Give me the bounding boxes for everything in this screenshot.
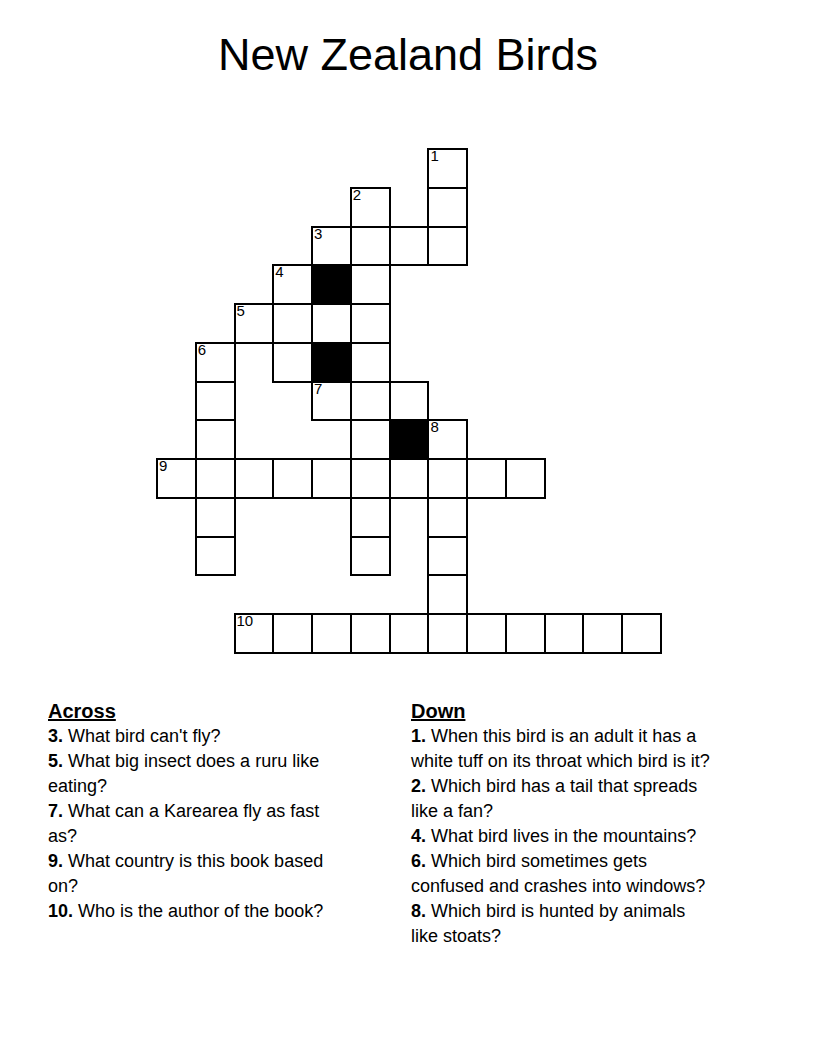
grid-cell[interactable]: 3 bbox=[311, 226, 352, 267]
clue-item: 7. What can a Karearea fly as fast as? bbox=[48, 799, 404, 849]
black-cell bbox=[311, 342, 352, 383]
cell-number: 8 bbox=[430, 420, 438, 434]
grid-cell[interactable] bbox=[350, 264, 391, 305]
grid-cell[interactable] bbox=[466, 458, 507, 499]
grid-cell[interactable] bbox=[195, 536, 236, 577]
grid-cell[interactable]: 10 bbox=[234, 613, 275, 654]
clue-text: Which bird sometimes gets confused and c… bbox=[411, 851, 705, 896]
clue-item: 9. What country is this book based on? bbox=[48, 849, 404, 899]
grid-cell[interactable] bbox=[389, 458, 430, 499]
clue-text: Which bird is hunted by animals like sto… bbox=[411, 901, 685, 946]
page-title: New Zealand Birds bbox=[0, 29, 816, 81]
clue-number: 3. bbox=[48, 726, 63, 746]
across-header: Across bbox=[48, 700, 404, 723]
clue-text: What can a Karearea fly as fast as? bbox=[48, 801, 319, 846]
grid-cell[interactable] bbox=[350, 419, 391, 460]
clue-item: 4. What bird lives in the mountains? bbox=[411, 824, 767, 849]
grid-cell[interactable]: 5 bbox=[234, 303, 275, 344]
grid-cell[interactable] bbox=[311, 458, 352, 499]
grid-cell[interactable] bbox=[350, 342, 391, 383]
clue-text: What bird can't fly? bbox=[68, 726, 221, 746]
grid-cell[interactable] bbox=[195, 458, 236, 499]
grid-cell[interactable] bbox=[389, 381, 430, 422]
grid-cell[interactable] bbox=[427, 536, 468, 577]
clue-item: 10. Who is the author of the book? bbox=[48, 899, 404, 924]
clue-number: 10. bbox=[48, 901, 73, 921]
crossword-page: New Zealand Birds 12345678910 Across 3. … bbox=[0, 0, 816, 1056]
cell-number: 3 bbox=[314, 227, 322, 241]
clue-text: Which bird has a tail that spreads like … bbox=[411, 776, 697, 821]
grid-cell[interactable]: 2 bbox=[350, 187, 391, 228]
grid-cell[interactable] bbox=[427, 187, 468, 228]
clue-text: When this bird is an adult it has a whit… bbox=[411, 726, 710, 771]
grid-cell[interactable]: 8 bbox=[427, 419, 468, 460]
clue-text: What bird lives in the mountains? bbox=[431, 826, 696, 846]
grid-cell[interactable] bbox=[272, 342, 313, 383]
cell-number: 7 bbox=[314, 382, 322, 396]
clue-item: 5. What big insect does a ruru like eati… bbox=[48, 749, 404, 799]
grid-cell[interactable] bbox=[466, 613, 507, 654]
cell-number: 5 bbox=[237, 304, 245, 318]
grid-cell[interactable] bbox=[350, 536, 391, 577]
grid-cell[interactable] bbox=[350, 381, 391, 422]
grid-cell[interactable] bbox=[621, 613, 662, 654]
clue-number: 7. bbox=[48, 801, 63, 821]
grid-cell[interactable] bbox=[272, 458, 313, 499]
cell-number: 9 bbox=[159, 459, 167, 473]
grid-cell[interactable] bbox=[350, 303, 391, 344]
clue-number: 1. bbox=[411, 726, 426, 746]
cell-number: 1 bbox=[430, 149, 438, 163]
grid-cell[interactable] bbox=[427, 458, 468, 499]
grid-cell[interactable] bbox=[350, 613, 391, 654]
across-clues-section: Across 3. What bird can't fly?5. What bi… bbox=[48, 700, 404, 924]
clue-number: 6. bbox=[411, 851, 426, 871]
grid-cell[interactable]: 9 bbox=[156, 458, 197, 499]
grid-cell[interactable]: 7 bbox=[311, 381, 352, 422]
grid-cell[interactable] bbox=[311, 613, 352, 654]
grid-cell[interactable] bbox=[195, 497, 236, 538]
down-clue-list: 1. When this bird is an adult it has a w… bbox=[411, 724, 767, 949]
grid-cell[interactable] bbox=[195, 381, 236, 422]
grid-cell[interactable] bbox=[582, 613, 623, 654]
grid-cell[interactable] bbox=[505, 613, 546, 654]
clue-item: 1. When this bird is an adult it has a w… bbox=[411, 724, 767, 774]
grid-cell[interactable] bbox=[195, 419, 236, 460]
clue-text: What big insect does a ruru like eating? bbox=[48, 751, 319, 796]
grid-cell[interactable]: 4 bbox=[272, 264, 313, 305]
clue-item: 8. Which bird is hunted by animals like … bbox=[411, 899, 767, 949]
grid-cell[interactable] bbox=[544, 613, 585, 654]
grid-cell[interactable] bbox=[234, 458, 275, 499]
grid-cell[interactable] bbox=[350, 497, 391, 538]
clue-item: 6. Which bird sometimes gets confused an… bbox=[411, 849, 767, 899]
grid-cell[interactable] bbox=[427, 226, 468, 267]
grid-cell[interactable] bbox=[350, 458, 391, 499]
clue-item: 2. Which bird has a tail that spreads li… bbox=[411, 774, 767, 824]
grid-cell[interactable] bbox=[311, 303, 352, 344]
clue-number: 2. bbox=[411, 776, 426, 796]
clue-text: What country is this book based on? bbox=[48, 851, 323, 896]
down-clues-section: Down 1. When this bird is an adult it ha… bbox=[411, 700, 767, 949]
cell-number: 2 bbox=[353, 188, 361, 202]
cell-number: 10 bbox=[237, 614, 254, 628]
grid-cell[interactable] bbox=[427, 574, 468, 615]
across-clue-list: 3. What bird can't fly?5. What big insec… bbox=[48, 724, 404, 924]
grid-cell[interactable] bbox=[350, 226, 391, 267]
clue-number: 4. bbox=[411, 826, 426, 846]
grid-cell[interactable]: 1 bbox=[427, 148, 468, 189]
clue-item: 3. What bird can't fly? bbox=[48, 724, 404, 749]
cell-number: 6 bbox=[198, 343, 206, 357]
clue-number: 9. bbox=[48, 851, 63, 871]
grid-cell[interactable] bbox=[389, 226, 430, 267]
down-header: Down bbox=[411, 700, 767, 723]
grid-cell[interactable]: 6 bbox=[195, 342, 236, 383]
black-cell bbox=[311, 264, 352, 305]
grid-cell[interactable] bbox=[272, 613, 313, 654]
crossword-grid: 12345678910 bbox=[157, 149, 662, 654]
clue-text: Who is the author of the book? bbox=[78, 901, 323, 921]
cell-number: 4 bbox=[275, 265, 283, 279]
grid-cell[interactable] bbox=[427, 613, 468, 654]
clue-number: 5. bbox=[48, 751, 63, 771]
clue-number: 8. bbox=[411, 901, 426, 921]
grid-cell[interactable] bbox=[389, 613, 430, 654]
grid-cell[interactable] bbox=[272, 303, 313, 344]
grid-cell[interactable] bbox=[505, 458, 546, 499]
black-cell bbox=[389, 419, 430, 460]
grid-cell[interactable] bbox=[427, 497, 468, 538]
